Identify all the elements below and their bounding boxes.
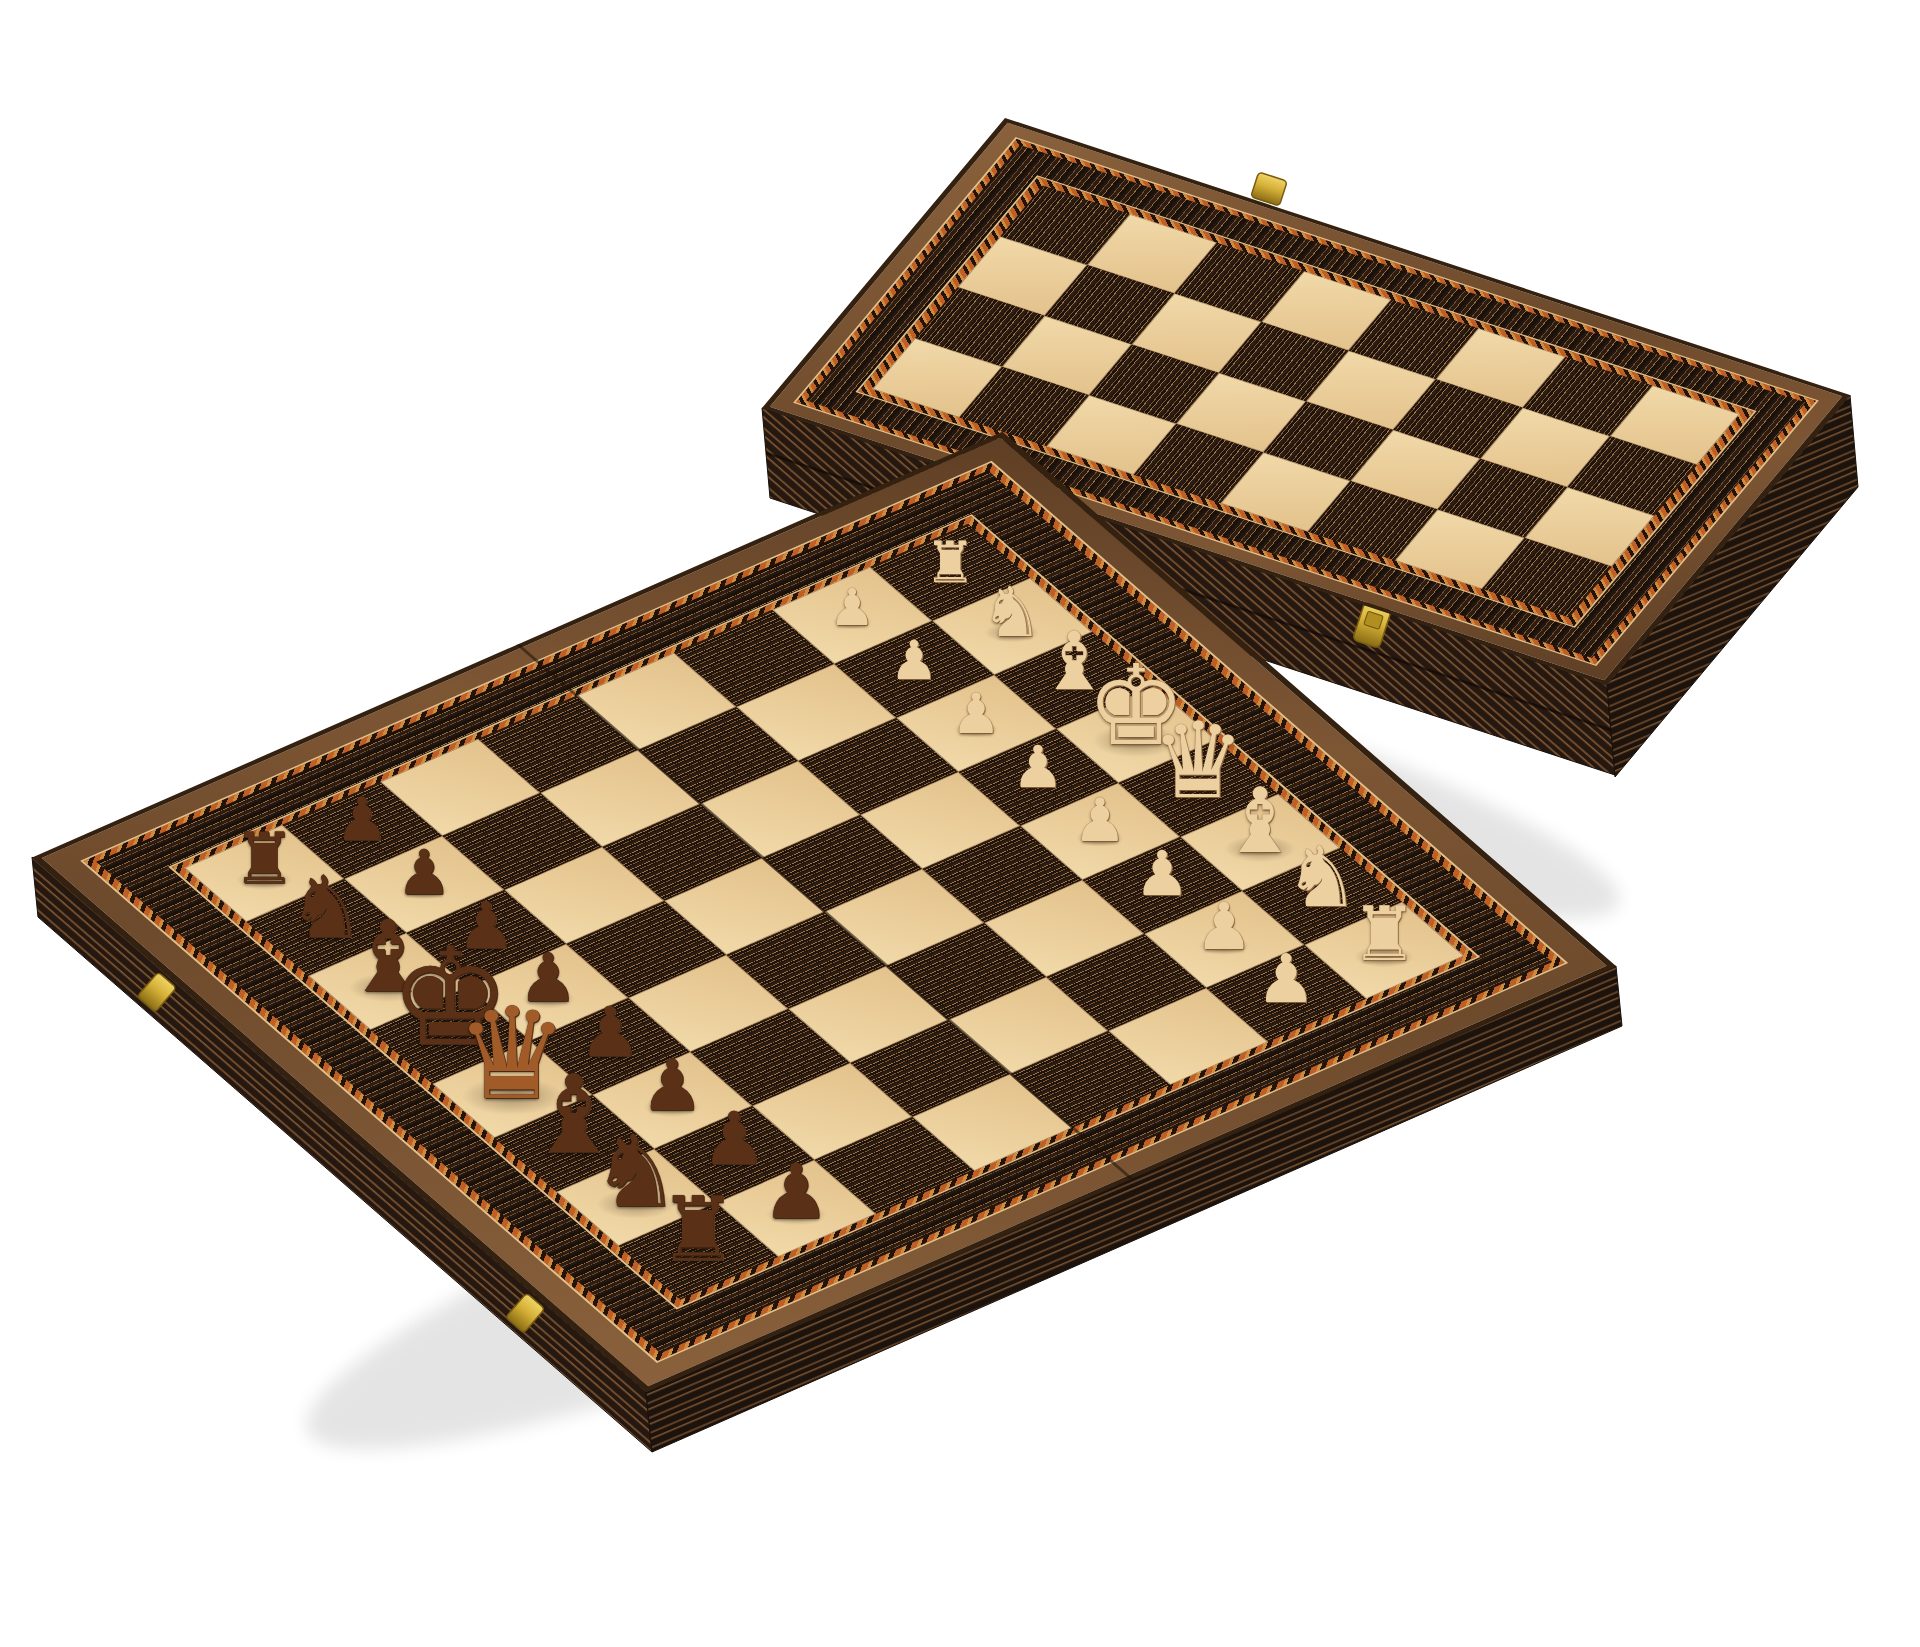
piece-black-pawn-g7[interactable]: ♟: [396, 841, 452, 903]
piece-black-rook-a8[interactable]: ♜: [658, 1185, 738, 1274]
piece-white-pawn-f2[interactable]: ♟: [951, 685, 1001, 741]
piece-white-pawn-d2[interactable]: ♟: [1073, 790, 1127, 850]
piece-black-pawn-a7[interactable]: ♟: [762, 1153, 830, 1229]
piece-white-pawn-a2[interactable]: ♟: [1256, 946, 1316, 1013]
piece-white-pawn-g2[interactable]: ♟: [890, 633, 938, 687]
piece-black-pawn-b7[interactable]: ♟: [701, 1102, 766, 1175]
piece-white-pawn-c2[interactable]: ♟: [1134, 842, 1190, 904]
piece-white-rook-a1[interactable]: ♜: [1350, 896, 1417, 971]
piece-black-pawn-c7[interactable]: ♟: [640, 1049, 704, 1120]
piece-white-knight-g1[interactable]: ♞: [981, 577, 1043, 646]
piece-white-pawn-e2[interactable]: ♟: [1012, 738, 1064, 796]
piece-white-pawn-h2[interactable]: ♟: [829, 582, 875, 633]
piece-white-rook-h1[interactable]: ♜: [924, 533, 975, 590]
piece-black-rook-h8[interactable]: ♜: [232, 822, 296, 893]
piece-white-knight-b1[interactable]: ♞: [1284, 834, 1359, 918]
piece-black-pawn-h7[interactable]: ♟: [335, 789, 389, 849]
product-photo-scene: ♜♟♞♟♝♟♚♟♛♟♟♝♜♟♟♞♞♟♟♜♝♟♟♚♟♛♟♝♟♞♟♜: [0, 0, 1920, 1647]
piece-white-pawn-b2[interactable]: ♟: [1195, 894, 1253, 959]
